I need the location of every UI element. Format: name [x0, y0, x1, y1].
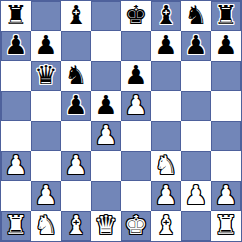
black-pawn[interactable]: ♟ — [94, 92, 117, 118]
square-f4[interactable] — [151, 121, 181, 151]
square-d7[interactable] — [91, 31, 121, 61]
square-g5[interactable] — [181, 91, 211, 121]
square-c8[interactable]: ♝ — [61, 1, 91, 31]
square-c7[interactable] — [61, 31, 91, 61]
square-f5[interactable] — [151, 91, 181, 121]
square-b3[interactable] — [31, 151, 61, 181]
square-d6[interactable] — [91, 61, 121, 91]
square-h2[interactable]: ♟ — [211, 181, 241, 211]
black-bishop[interactable]: ♝ — [64, 2, 87, 28]
square-h6[interactable] — [211, 61, 241, 91]
square-h7[interactable]: ♟ — [211, 31, 241, 61]
square-b6[interactable]: ♛ — [31, 61, 61, 91]
square-d3[interactable] — [91, 151, 121, 181]
black-bishop[interactable]: ♝ — [154, 2, 177, 28]
square-c1[interactable]: ♝ — [61, 211, 91, 241]
square-a6[interactable] — [1, 61, 31, 91]
white-pawn[interactable]: ♟ — [154, 182, 177, 208]
square-a5[interactable] — [1, 91, 31, 121]
black-knight[interactable]: ♞ — [64, 62, 87, 88]
square-b7[interactable]: ♟ — [31, 31, 61, 61]
square-c4[interactable] — [61, 121, 91, 151]
black-pawn[interactable]: ♟ — [64, 92, 87, 118]
white-pawn[interactable]: ♟ — [214, 182, 237, 208]
square-a4[interactable] — [1, 121, 31, 151]
black-rook[interactable]: ♜ — [214, 2, 237, 28]
black-rook[interactable]: ♜ — [4, 2, 27, 28]
square-b4[interactable] — [31, 121, 61, 151]
white-bishop[interactable]: ♝ — [154, 212, 177, 238]
square-e8[interactable]: ♚ — [121, 1, 151, 31]
square-g7[interactable]: ♟ — [181, 31, 211, 61]
black-pawn[interactable]: ♟ — [34, 32, 57, 58]
square-h8[interactable]: ♜ — [211, 1, 241, 31]
square-e1[interactable]: ♚ — [121, 211, 151, 241]
square-e7[interactable] — [121, 31, 151, 61]
square-f7[interactable]: ♟ — [151, 31, 181, 61]
square-c3[interactable]: ♟ — [61, 151, 91, 181]
square-b5[interactable] — [31, 91, 61, 121]
square-g3[interactable] — [181, 151, 211, 181]
square-g4[interactable] — [181, 121, 211, 151]
square-g6[interactable] — [181, 61, 211, 91]
square-g1[interactable] — [181, 211, 211, 241]
white-king[interactable]: ♚ — [124, 212, 147, 238]
white-knight[interactable]: ♞ — [34, 212, 57, 238]
white-pawn[interactable]: ♟ — [124, 92, 147, 118]
square-a1[interactable]: ♜ — [1, 211, 31, 241]
white-knight[interactable]: ♞ — [154, 152, 177, 178]
white-pawn[interactable]: ♟ — [64, 152, 87, 178]
square-e5[interactable]: ♟ — [121, 91, 151, 121]
black-king[interactable]: ♚ — [124, 2, 147, 28]
square-h5[interactable] — [211, 91, 241, 121]
square-g8[interactable]: ♞ — [181, 1, 211, 31]
black-pawn[interactable]: ♟ — [214, 32, 237, 58]
square-c5[interactable]: ♟ — [61, 91, 91, 121]
square-b2[interactable]: ♟ — [31, 181, 61, 211]
white-queen[interactable]: ♛ — [94, 212, 117, 238]
square-b8[interactable] — [31, 1, 61, 31]
white-bishop[interactable]: ♝ — [64, 212, 87, 238]
square-a7[interactable]: ♟ — [1, 31, 31, 61]
square-c6[interactable]: ♞ — [61, 61, 91, 91]
black-pawn[interactable]: ♟ — [4, 32, 27, 58]
square-e2[interactable] — [121, 181, 151, 211]
square-h4[interactable] — [211, 121, 241, 151]
square-d2[interactable] — [91, 181, 121, 211]
square-f6[interactable] — [151, 61, 181, 91]
square-e4[interactable] — [121, 121, 151, 151]
square-d4[interactable]: ♟ — [91, 121, 121, 151]
square-a2[interactable] — [1, 181, 31, 211]
black-knight[interactable]: ♞ — [184, 2, 207, 28]
square-h1[interactable]: ♜ — [211, 211, 241, 241]
black-queen[interactable]: ♛ — [34, 62, 57, 88]
black-pawn[interactable]: ♟ — [124, 62, 147, 88]
square-c2[interactable] — [61, 181, 91, 211]
square-e3[interactable] — [121, 151, 151, 181]
square-e6[interactable]: ♟ — [121, 61, 151, 91]
square-f2[interactable]: ♟ — [151, 181, 181, 211]
white-pawn[interactable]: ♟ — [184, 182, 207, 208]
black-pawn[interactable]: ♟ — [154, 32, 177, 58]
chess-board: ♜♝♚♝♞♜♟♟♟♟♟♛♞♟♟♟♟♟♟♟♞♟♟♟♟♜♞♝♛♚♝♜ — [0, 0, 242, 242]
white-pawn[interactable]: ♟ — [94, 122, 117, 148]
square-f8[interactable]: ♝ — [151, 1, 181, 31]
white-pawn[interactable]: ♟ — [34, 182, 57, 208]
black-pawn[interactable]: ♟ — [184, 32, 207, 58]
square-d1[interactable]: ♛ — [91, 211, 121, 241]
square-a3[interactable]: ♟ — [1, 151, 31, 181]
square-d5[interactable]: ♟ — [91, 91, 121, 121]
white-rook[interactable]: ♜ — [214, 212, 237, 238]
square-f3[interactable]: ♞ — [151, 151, 181, 181]
square-a8[interactable]: ♜ — [1, 1, 31, 31]
white-rook[interactable]: ♜ — [4, 212, 27, 238]
square-f1[interactable]: ♝ — [151, 211, 181, 241]
square-h3[interactable] — [211, 151, 241, 181]
square-d8[interactable] — [91, 1, 121, 31]
white-pawn[interactable]: ♟ — [4, 152, 27, 178]
square-g2[interactable]: ♟ — [181, 181, 211, 211]
square-b1[interactable]: ♞ — [31, 211, 61, 241]
